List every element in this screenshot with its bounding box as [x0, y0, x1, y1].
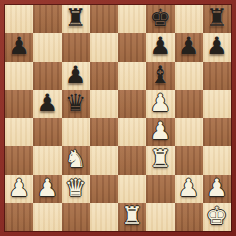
square-f6[interactable]: ♝ — [146, 62, 174, 90]
square-a6[interactable] — [5, 62, 33, 90]
square-d3[interactable] — [90, 146, 118, 174]
square-c3[interactable]: ♞ — [62, 146, 90, 174]
square-a5[interactable] — [5, 90, 33, 118]
square-e6[interactable] — [118, 62, 146, 90]
square-h8[interactable]: ♜ — [203, 5, 231, 33]
square-g2[interactable]: ♟ — [175, 175, 203, 203]
square-d2[interactable] — [90, 175, 118, 203]
square-e2[interactable] — [118, 175, 146, 203]
square-a2[interactable]: ♟ — [5, 175, 33, 203]
square-f5[interactable]: ♟ — [146, 90, 174, 118]
piece-black-pawn[interactable]: ♟ — [206, 34, 228, 58]
square-c5[interactable]: ♛ — [62, 90, 90, 118]
square-h6[interactable] — [203, 62, 231, 90]
square-d6[interactable] — [90, 62, 118, 90]
piece-black-bishop[interactable]: ♝ — [150, 63, 172, 87]
piece-black-rook[interactable]: ♜ — [206, 6, 228, 30]
square-h3[interactable] — [203, 146, 231, 174]
square-c6[interactable]: ♟ — [62, 62, 90, 90]
square-f7[interactable]: ♟ — [146, 33, 174, 61]
piece-white-pawn[interactable]: ♟ — [8, 176, 30, 200]
square-b8[interactable] — [33, 5, 61, 33]
square-c4[interactable] — [62, 118, 90, 146]
square-b6[interactable] — [33, 62, 61, 90]
square-h7[interactable]: ♟ — [203, 33, 231, 61]
square-g5[interactable] — [175, 90, 203, 118]
square-d4[interactable] — [90, 118, 118, 146]
piece-white-pawn[interactable]: ♟ — [178, 176, 200, 200]
square-c2[interactable]: ♛ — [62, 175, 90, 203]
piece-black-queen[interactable]: ♛ — [65, 91, 87, 115]
piece-white-rook[interactable]: ♜ — [150, 147, 172, 171]
square-d8[interactable] — [90, 5, 118, 33]
square-f3[interactable]: ♜ — [146, 146, 174, 174]
square-e3[interactable] — [118, 146, 146, 174]
square-d5[interactable] — [90, 90, 118, 118]
square-b1[interactable] — [33, 203, 61, 231]
square-g1[interactable] — [175, 203, 203, 231]
square-f4[interactable]: ♟ — [146, 118, 174, 146]
piece-white-rook[interactable]: ♜ — [121, 204, 143, 228]
square-b7[interactable] — [33, 33, 61, 61]
square-a3[interactable] — [5, 146, 33, 174]
piece-white-pawn[interactable]: ♟ — [37, 176, 59, 200]
square-e1[interactable]: ♜ — [118, 203, 146, 231]
square-e7[interactable] — [118, 33, 146, 61]
square-g8[interactable] — [175, 5, 203, 33]
square-f8[interactable]: ♚ — [146, 5, 174, 33]
piece-white-pawn[interactable]: ♟ — [150, 119, 172, 143]
chess-board-frame: ♜♚♜♟♟♟♟♟♝♟♛♟♟♞♜♟♟♛♟♟♜♚ — [0, 0, 236, 236]
square-g6[interactable] — [175, 62, 203, 90]
piece-white-pawn[interactable]: ♟ — [206, 176, 228, 200]
square-h4[interactable] — [203, 118, 231, 146]
square-e8[interactable] — [118, 5, 146, 33]
square-g3[interactable] — [175, 146, 203, 174]
square-f1[interactable] — [146, 203, 174, 231]
square-g7[interactable]: ♟ — [175, 33, 203, 61]
piece-white-queen[interactable]: ♛ — [65, 176, 87, 200]
square-c7[interactable] — [62, 33, 90, 61]
square-g4[interactable] — [175, 118, 203, 146]
chess-board: ♜♚♜♟♟♟♟♟♝♟♛♟♟♞♜♟♟♛♟♟♜♚ — [5, 5, 231, 231]
piece-white-knight[interactable]: ♞ — [65, 147, 87, 171]
piece-black-pawn[interactable]: ♟ — [178, 34, 200, 58]
square-h5[interactable] — [203, 90, 231, 118]
square-b2[interactable]: ♟ — [33, 175, 61, 203]
piece-black-pawn[interactable]: ♟ — [8, 34, 30, 58]
square-d1[interactable] — [90, 203, 118, 231]
square-h1[interactable]: ♚ — [203, 203, 231, 231]
piece-black-rook[interactable]: ♜ — [65, 6, 87, 30]
piece-black-pawn[interactable]: ♟ — [37, 91, 59, 115]
square-a4[interactable] — [5, 118, 33, 146]
square-f2[interactable] — [146, 175, 174, 203]
piece-white-pawn[interactable]: ♟ — [150, 91, 172, 115]
square-h2[interactable]: ♟ — [203, 175, 231, 203]
square-b3[interactable] — [33, 146, 61, 174]
square-b5[interactable]: ♟ — [33, 90, 61, 118]
piece-black-king[interactable]: ♚ — [150, 6, 172, 30]
piece-black-pawn[interactable]: ♟ — [65, 63, 87, 87]
square-c1[interactable] — [62, 203, 90, 231]
piece-white-king[interactable]: ♚ — [206, 204, 228, 228]
square-c8[interactable]: ♜ — [62, 5, 90, 33]
square-a7[interactable]: ♟ — [5, 33, 33, 61]
square-e4[interactable] — [118, 118, 146, 146]
square-d7[interactable] — [90, 33, 118, 61]
square-a8[interactable] — [5, 5, 33, 33]
square-b4[interactable] — [33, 118, 61, 146]
piece-black-pawn[interactable]: ♟ — [150, 34, 172, 58]
square-e5[interactable] — [118, 90, 146, 118]
square-a1[interactable] — [5, 203, 33, 231]
